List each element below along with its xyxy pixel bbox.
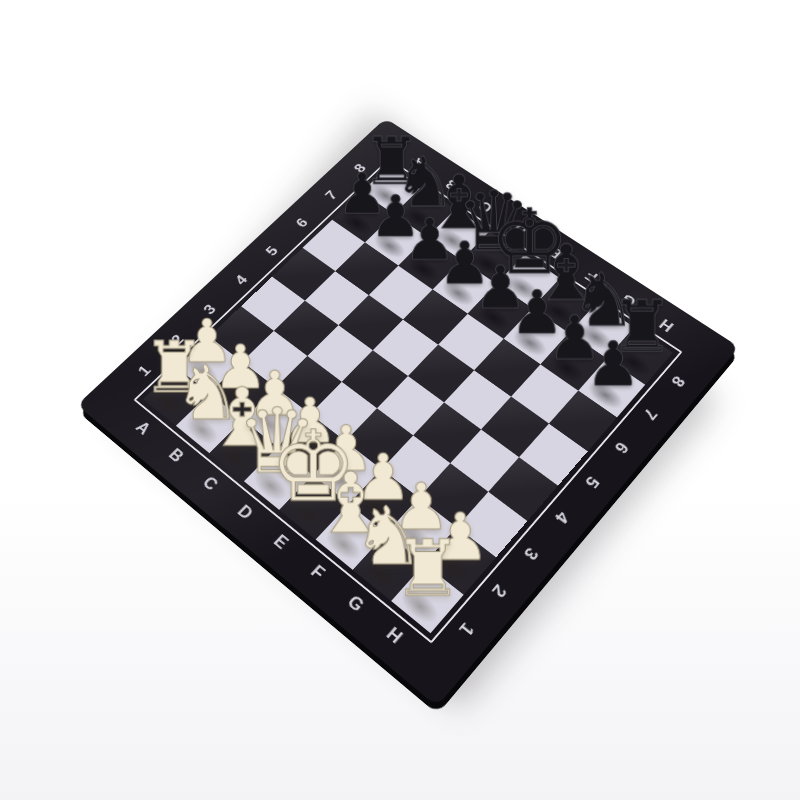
squares-grid: ♜♞♝♛♚♝♞♜♟♟♟♟♟♟♟♟♟♟♟♟♟♟♟♟♜♞♝♛♚♝♞♜ — [143, 165, 673, 633]
black-pawn-h7[interactable]: ♟ — [559, 335, 668, 393]
chess-board: ABCDEFGH ABCDEFGH 87654321 87654321 ♜♞♝♛… — [77, 118, 739, 706]
rank-label-left-4: 4 — [215, 259, 268, 302]
white-rook-h1[interactable]: ♜ — [368, 532, 486, 606]
photo-scene: ABCDEFGH ABCDEFGH 87654321 87654321 ♜♞♝♛… — [0, 0, 800, 800]
